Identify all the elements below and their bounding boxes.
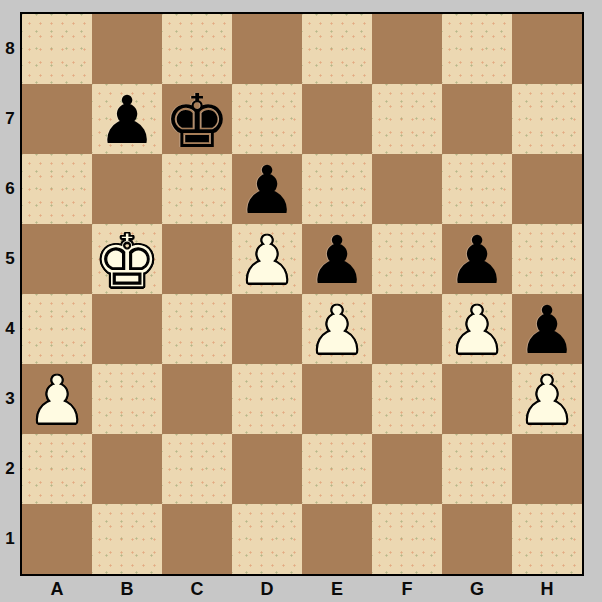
- square-c3[interactable]: [162, 364, 232, 434]
- square-b7[interactable]: ♟: [92, 84, 162, 154]
- black-pawn-g5[interactable]: ♟: [447, 228, 506, 294]
- square-g6[interactable]: [442, 154, 512, 224]
- square-h4[interactable]: ♟: [512, 294, 582, 364]
- white-pawn-h3[interactable]: ♟: [517, 368, 576, 434]
- rank-label-2: 2: [0, 434, 20, 504]
- file-label-d: D: [232, 576, 302, 602]
- square-a1[interactable]: [22, 504, 92, 574]
- square-b4[interactable]: [92, 294, 162, 364]
- square-c5[interactable]: [162, 224, 232, 294]
- square-b6[interactable]: [92, 154, 162, 224]
- rank-label-5: 5: [0, 224, 20, 294]
- file-label-c: C: [162, 576, 232, 602]
- square-g2[interactable]: [442, 434, 512, 504]
- square-e6[interactable]: [302, 154, 372, 224]
- square-d7[interactable]: [232, 84, 302, 154]
- square-c4[interactable]: [162, 294, 232, 364]
- square-f6[interactable]: [372, 154, 442, 224]
- square-d3[interactable]: [232, 364, 302, 434]
- square-h5[interactable]: [512, 224, 582, 294]
- square-e3[interactable]: [302, 364, 372, 434]
- square-f5[interactable]: [372, 224, 442, 294]
- chess-board: ChessBase 2019 ♟♚♟♚♟♟♟♟♟♟♟♟: [20, 12, 584, 576]
- black-pawn-b7[interactable]: ♟: [97, 88, 156, 154]
- square-d6[interactable]: ♟: [232, 154, 302, 224]
- white-pawn-d5[interactable]: ♟: [237, 228, 296, 294]
- square-f1[interactable]: [372, 504, 442, 574]
- square-f4[interactable]: [372, 294, 442, 364]
- square-c1[interactable]: [162, 504, 232, 574]
- square-d2[interactable]: [232, 434, 302, 504]
- square-h7[interactable]: [512, 84, 582, 154]
- file-label-a: A: [22, 576, 92, 602]
- black-king-c7[interactable]: ♚: [164, 84, 230, 158]
- square-e4[interactable]: ♟: [302, 294, 372, 364]
- square-f3[interactable]: [372, 364, 442, 434]
- square-a2[interactable]: [22, 434, 92, 504]
- square-f7[interactable]: [372, 84, 442, 154]
- square-e5[interactable]: ♟: [302, 224, 372, 294]
- square-g4[interactable]: ♟: [442, 294, 512, 364]
- black-pawn-e5[interactable]: ♟: [307, 228, 366, 294]
- square-b3[interactable]: [92, 364, 162, 434]
- square-e8[interactable]: [302, 14, 372, 84]
- square-b2[interactable]: [92, 434, 162, 504]
- square-a5[interactable]: [22, 224, 92, 294]
- square-h2[interactable]: [512, 434, 582, 504]
- square-c7[interactable]: ♚: [162, 84, 232, 154]
- square-h3[interactable]: ♟: [512, 364, 582, 434]
- file-label-h: H: [512, 576, 582, 602]
- file-label-b: B: [92, 576, 162, 602]
- square-e2[interactable]: [302, 434, 372, 504]
- file-label-f: F: [372, 576, 442, 602]
- square-b1[interactable]: [92, 504, 162, 574]
- square-d5[interactable]: ♟: [232, 224, 302, 294]
- square-f8[interactable]: [372, 14, 442, 84]
- square-e1[interactable]: [302, 504, 372, 574]
- square-c2[interactable]: [162, 434, 232, 504]
- square-a6[interactable]: [22, 154, 92, 224]
- square-d8[interactable]: [232, 14, 302, 84]
- rank-label-7: 7: [0, 84, 20, 154]
- rank-label-4: 4: [0, 294, 20, 364]
- black-pawn-d6[interactable]: ♟: [237, 158, 296, 224]
- rank-label-3: 3: [0, 364, 20, 434]
- square-f2[interactable]: [372, 434, 442, 504]
- square-a8[interactable]: [22, 14, 92, 84]
- white-pawn-e4[interactable]: ♟: [307, 298, 366, 364]
- square-e7[interactable]: [302, 84, 372, 154]
- square-h1[interactable]: [512, 504, 582, 574]
- square-c8[interactable]: [162, 14, 232, 84]
- black-pawn-h4[interactable]: ♟: [517, 298, 576, 364]
- square-h6[interactable]: [512, 154, 582, 224]
- square-h8[interactable]: [512, 14, 582, 84]
- white-king-b5[interactable]: ♚: [94, 224, 160, 298]
- square-a7[interactable]: [22, 84, 92, 154]
- square-d4[interactable]: [232, 294, 302, 364]
- square-a4[interactable]: [22, 294, 92, 364]
- square-d1[interactable]: [232, 504, 302, 574]
- square-c6[interactable]: [162, 154, 232, 224]
- rank-label-6: 6: [0, 154, 20, 224]
- square-b8[interactable]: [92, 14, 162, 84]
- file-label-e: E: [302, 576, 372, 602]
- white-pawn-a3[interactable]: ♟: [27, 368, 86, 434]
- square-a3[interactable]: ♟: [22, 364, 92, 434]
- square-g7[interactable]: [442, 84, 512, 154]
- rank-label-1: 1: [0, 504, 20, 574]
- file-label-g: G: [442, 576, 512, 602]
- rank-label-8: 8: [0, 14, 20, 84]
- square-g5[interactable]: ♟: [442, 224, 512, 294]
- square-g1[interactable]: [442, 504, 512, 574]
- square-g3[interactable]: [442, 364, 512, 434]
- square-b5[interactable]: ♚: [92, 224, 162, 294]
- square-g8[interactable]: [442, 14, 512, 84]
- white-pawn-g4[interactable]: ♟: [447, 298, 506, 364]
